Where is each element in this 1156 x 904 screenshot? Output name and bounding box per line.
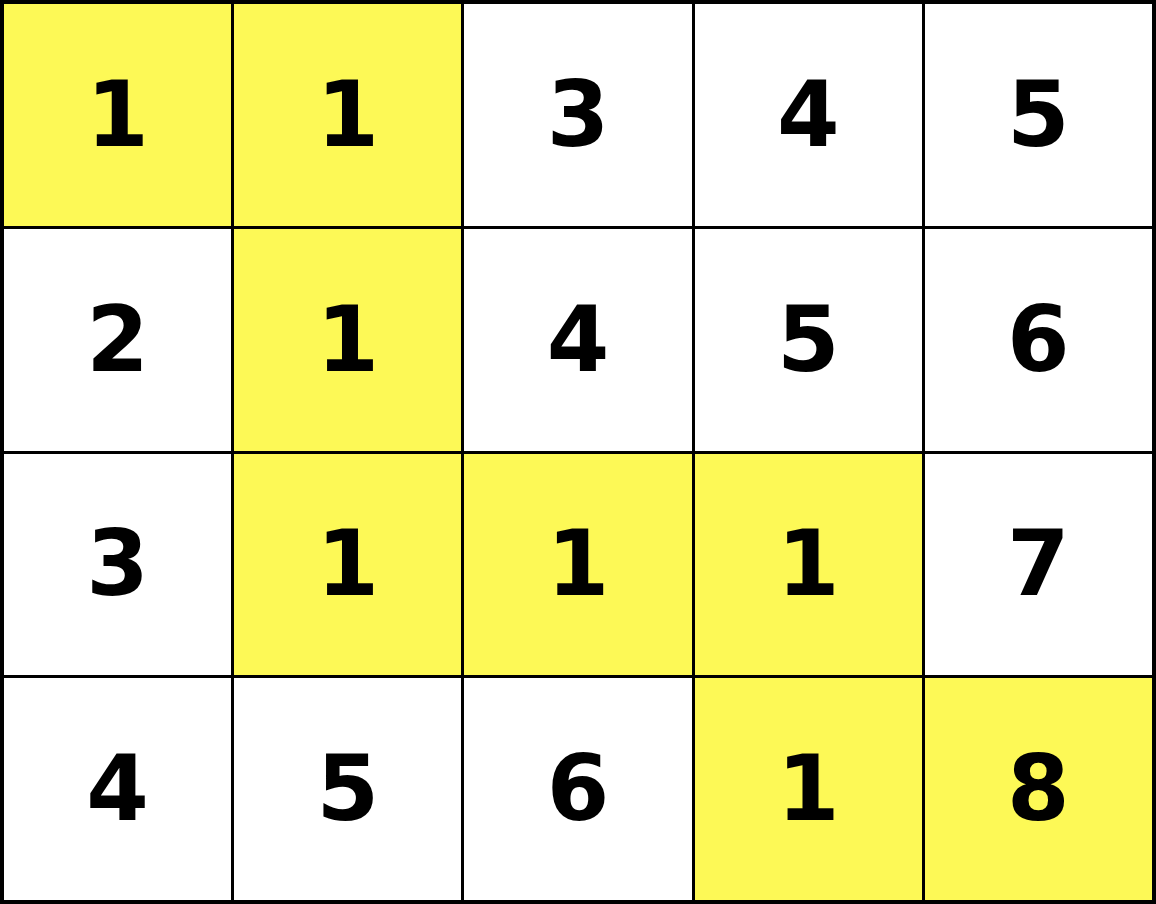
cell-r3c2[interactable]: 6 <box>464 678 691 900</box>
cell-r1c1[interactable]: 1 <box>234 229 461 451</box>
cell-r2c4[interactable]: 7 <box>925 454 1152 676</box>
cell-r2c0[interactable]: 3 <box>4 454 231 676</box>
cell-r0c1[interactable]: 1 <box>234 4 461 226</box>
cell-r0c2[interactable]: 3 <box>464 4 691 226</box>
cell-r1c4[interactable]: 6 <box>925 229 1152 451</box>
puzzle-grid: 1 1 3 4 5 2 1 4 5 6 3 1 1 1 7 4 5 6 1 8 <box>0 0 1156 904</box>
cell-r0c0[interactable]: 1 <box>4 4 231 226</box>
cell-r3c0[interactable]: 4 <box>4 678 231 900</box>
cell-r1c0[interactable]: 2 <box>4 229 231 451</box>
cell-r0c4[interactable]: 5 <box>925 4 1152 226</box>
cell-r2c1[interactable]: 1 <box>234 454 461 676</box>
cell-r3c4[interactable]: 8 <box>925 678 1152 900</box>
cell-r1c3[interactable]: 5 <box>695 229 922 451</box>
cell-r3c3[interactable]: 1 <box>695 678 922 900</box>
cell-r0c3[interactable]: 4 <box>695 4 922 226</box>
cell-r2c3[interactable]: 1 <box>695 454 922 676</box>
cell-r1c2[interactable]: 4 <box>464 229 691 451</box>
cell-r2c2[interactable]: 1 <box>464 454 691 676</box>
cell-r3c1[interactable]: 5 <box>234 678 461 900</box>
